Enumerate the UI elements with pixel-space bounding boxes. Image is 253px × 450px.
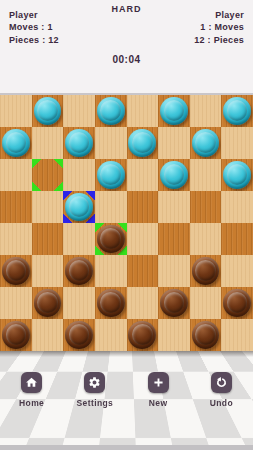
brown-piece[interactable] (2, 257, 30, 285)
board-square-r1c3[interactable] (95, 127, 127, 159)
board-square-r1c4[interactable] (127, 127, 159, 159)
undo-button-label: Undo (210, 398, 233, 408)
board-square-r6c4[interactable] (127, 287, 159, 319)
board-square-r1c2[interactable] (63, 127, 95, 159)
brown-piece[interactable] (34, 289, 62, 317)
board-square-r7c3[interactable] (95, 319, 127, 351)
board-square-r3c0[interactable] (0, 191, 32, 223)
board-square-r5c2[interactable] (63, 255, 95, 287)
board-square-r1c5[interactable] (158, 127, 190, 159)
board-square-r1c7[interactable] (221, 127, 253, 159)
board-square-r0c5[interactable] (158, 95, 190, 127)
board-square-r0c1[interactable] (32, 95, 64, 127)
board-square-r7c7[interactable] (221, 319, 253, 351)
board-square-r6c0[interactable] (0, 287, 32, 319)
brown-piece[interactable] (65, 257, 93, 285)
game-header: HARD Player Moves : 1 Pieces : 12 Player… (0, 0, 253, 95)
board-square-r4c6[interactable] (190, 223, 222, 255)
cyan-piece[interactable] (192, 129, 220, 157)
board-square-r7c1[interactable] (32, 319, 64, 351)
cyan-piece[interactable] (160, 97, 188, 125)
footer: Home Settings New (0, 351, 253, 450)
cyan-piece[interactable] (34, 97, 62, 125)
cyan-piece[interactable] (65, 129, 93, 157)
board-square-r4c3[interactable] (95, 223, 127, 255)
board-square-r3c5[interactable] (158, 191, 190, 223)
board-square-r5c7[interactable] (221, 255, 253, 287)
toolbar: Home Settings New (0, 372, 253, 408)
board-square-r1c0[interactable] (0, 127, 32, 159)
board-square-r0c2[interactable] (63, 95, 95, 127)
board-square-r3c1[interactable] (32, 191, 64, 223)
board-square-r6c1[interactable] (32, 287, 64, 319)
board-square-r4c4[interactable] (127, 223, 159, 255)
green-corner-highlight (32, 159, 64, 191)
game-timer: 00:04 (0, 54, 253, 65)
board-square-r0c6[interactable] (190, 95, 222, 127)
undo-icon (211, 372, 232, 393)
board-square-r5c1[interactable] (32, 255, 64, 287)
home-button-label: Home (19, 398, 44, 408)
cyan-piece[interactable] (97, 97, 125, 125)
board-square-r4c1[interactable] (32, 223, 64, 255)
brown-piece[interactable] (97, 225, 125, 253)
brown-piece[interactable] (2, 321, 30, 349)
brown-piece[interactable] (65, 321, 93, 349)
board-square-r2c3[interactable] (95, 159, 127, 191)
board-square-r6c5[interactable] (158, 287, 190, 319)
home-icon (21, 372, 42, 393)
player-left-pieces: Pieces : 12 (9, 34, 59, 46)
board-square-r6c3[interactable] (95, 287, 127, 319)
board-square-r3c3[interactable] (95, 191, 127, 223)
settings-button[interactable]: Settings (69, 372, 121, 408)
brown-piece[interactable] (223, 289, 251, 317)
cyan-piece[interactable] (223, 97, 251, 125)
board-square-r6c6[interactable] (190, 287, 222, 319)
home-button[interactable]: Home (6, 372, 58, 408)
board-square-r3c2[interactable] (63, 191, 95, 223)
board-square-r0c7[interactable] (221, 95, 253, 127)
board-square-r7c6[interactable] (190, 319, 222, 351)
player-left-stats: Player Moves : 1 Pieces : 12 (9, 9, 59, 46)
settings-icon (84, 372, 105, 393)
board-square-r5c0[interactable] (0, 255, 32, 287)
board-square-r4c2[interactable] (63, 223, 95, 255)
new-game-button-label: New (149, 398, 168, 408)
board-square-r5c5[interactable] (158, 255, 190, 287)
board (0, 95, 253, 351)
board-square-r3c6[interactable] (190, 191, 222, 223)
brown-piece[interactable] (160, 289, 188, 317)
board-square-r0c0[interactable] (0, 95, 32, 127)
undo-button[interactable]: Undo (195, 372, 247, 408)
cyan-piece[interactable] (128, 129, 156, 157)
cyan-piece[interactable] (65, 193, 93, 221)
cyan-piece[interactable] (160, 161, 188, 189)
board-square-r2c0[interactable] (0, 159, 32, 191)
board-square-r4c7[interactable] (221, 223, 253, 255)
bottom-bar (0, 445, 253, 450)
board-square-r1c6[interactable] (190, 127, 222, 159)
player-right-name: Player (194, 9, 244, 21)
board-square-r7c4[interactable] (127, 319, 159, 351)
board-square-r5c4[interactable] (127, 255, 159, 287)
player-right-moves: 1 : Moves (194, 21, 244, 33)
brown-piece[interactable] (97, 289, 125, 317)
brown-piece[interactable] (192, 321, 220, 349)
board-square-r0c3[interactable] (95, 95, 127, 127)
board-square-r2c2[interactable] (63, 159, 95, 191)
player-right-pieces: 12 : Pieces (194, 34, 244, 46)
board-square-r7c0[interactable] (0, 319, 32, 351)
board-square-r5c6[interactable] (190, 255, 222, 287)
cyan-piece[interactable] (97, 161, 125, 189)
brown-piece[interactable] (192, 257, 220, 285)
board-square-r0c4[interactable] (127, 95, 159, 127)
player-left-name: Player (9, 9, 59, 21)
cyan-piece[interactable] (2, 129, 30, 157)
board-square-r6c7[interactable] (221, 287, 253, 319)
settings-button-label: Settings (77, 398, 114, 408)
board-square-r7c5[interactable] (158, 319, 190, 351)
board-square-r3c7[interactable] (221, 191, 253, 223)
board-square-r1c1[interactable] (32, 127, 64, 159)
player-right-stats: Player 1 : Moves 12 : Pieces (194, 9, 244, 46)
board-square-r7c2[interactable] (63, 319, 95, 351)
board-square-r5c3[interactable] (95, 255, 127, 287)
new-game-button[interactable]: New (132, 372, 184, 408)
board-square-r2c4[interactable] (127, 159, 159, 191)
board-square-r2c7[interactable] (221, 159, 253, 191)
cyan-piece[interactable] (223, 161, 251, 189)
player-left-moves: Moves : 1 (9, 21, 59, 33)
checkers-app: HARD Player Moves : 1 Pieces : 12 Player… (0, 0, 253, 450)
board-shadow (0, 351, 253, 357)
brown-piece[interactable] (128, 321, 156, 349)
board-square-r6c2[interactable] (63, 287, 95, 319)
board-square-r4c5[interactable] (158, 223, 190, 255)
plus-icon (148, 372, 169, 393)
board-square-r2c6[interactable] (190, 159, 222, 191)
board-square-r2c1[interactable] (32, 159, 64, 191)
board-square-r4c0[interactable] (0, 223, 32, 255)
board-square-r2c5[interactable] (158, 159, 190, 191)
board-square-r3c4[interactable] (127, 191, 159, 223)
